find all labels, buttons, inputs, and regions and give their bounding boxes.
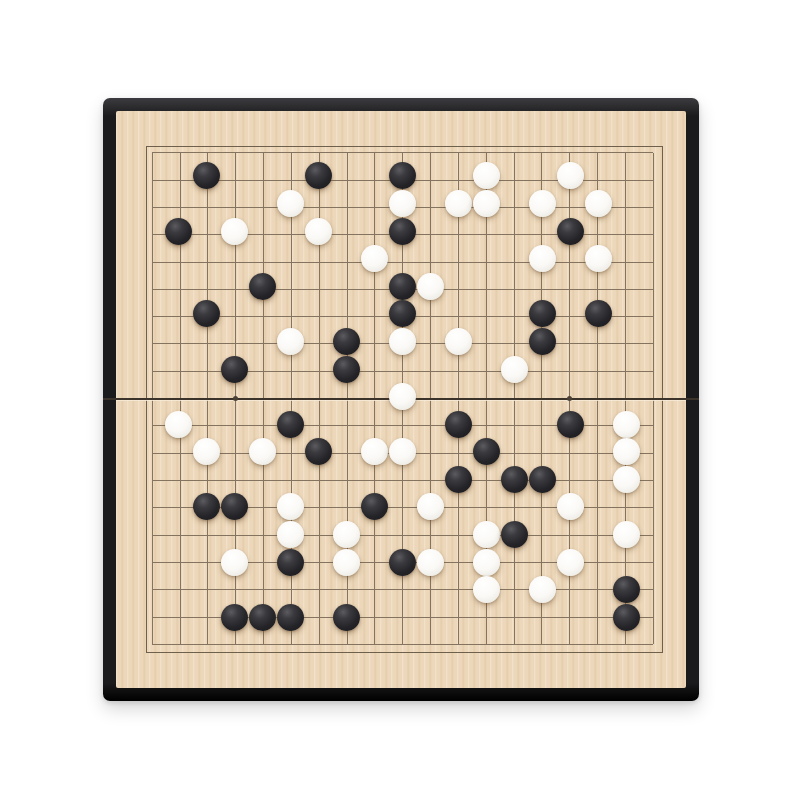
white-go-stone[interactable] — [277, 328, 304, 355]
black-go-stone[interactable] — [389, 273, 416, 300]
black-go-stone[interactable] — [557, 411, 584, 438]
black-go-stone[interactable] — [529, 466, 556, 493]
white-go-stone[interactable] — [501, 356, 528, 383]
black-go-stone[interactable] — [333, 356, 360, 383]
black-go-stone[interactable] — [333, 328, 360, 355]
black-go-stone[interactable] — [333, 604, 360, 631]
black-go-stone[interactable] — [529, 328, 556, 355]
white-go-stone[interactable] — [557, 549, 584, 576]
black-go-stone[interactable] — [445, 411, 472, 438]
black-go-stone[interactable] — [277, 411, 304, 438]
white-go-stone[interactable] — [389, 328, 416, 355]
black-go-stone[interactable] — [613, 604, 640, 631]
white-go-stone[interactable] — [305, 218, 332, 245]
black-go-stone[interactable] — [277, 549, 304, 576]
white-go-stone[interactable] — [165, 411, 192, 438]
black-go-stone[interactable] — [501, 466, 528, 493]
product-photo-stage — [0, 0, 800, 800]
black-go-stone[interactable] — [249, 604, 276, 631]
white-go-stone[interactable] — [333, 549, 360, 576]
white-go-stone[interactable] — [445, 328, 472, 355]
white-go-stone[interactable] — [417, 273, 444, 300]
grid-line-horizontal — [152, 480, 653, 481]
black-go-stone[interactable] — [389, 218, 416, 245]
black-go-stone[interactable] — [221, 356, 248, 383]
white-go-stone[interactable] — [613, 466, 640, 493]
black-go-stone[interactable] — [165, 218, 192, 245]
grid-line-horizontal — [152, 644, 653, 645]
black-go-stone[interactable] — [389, 549, 416, 576]
white-go-stone[interactable] — [613, 411, 640, 438]
black-go-stone[interactable] — [277, 604, 304, 631]
white-go-stone[interactable] — [221, 549, 248, 576]
black-go-stone[interactable] — [221, 604, 248, 631]
black-go-stone[interactable] — [445, 466, 472, 493]
black-go-stone[interactable] — [557, 218, 584, 245]
white-go-stone[interactable] — [221, 218, 248, 245]
grid-line-horizontal — [152, 152, 653, 153]
grid-line-horizontal — [152, 589, 653, 590]
black-go-stone[interactable] — [249, 273, 276, 300]
white-go-stone[interactable] — [417, 549, 444, 576]
grid-line-horizontal — [152, 535, 653, 536]
grid-line-horizontal — [152, 262, 653, 263]
white-go-stone[interactable] — [473, 549, 500, 576]
